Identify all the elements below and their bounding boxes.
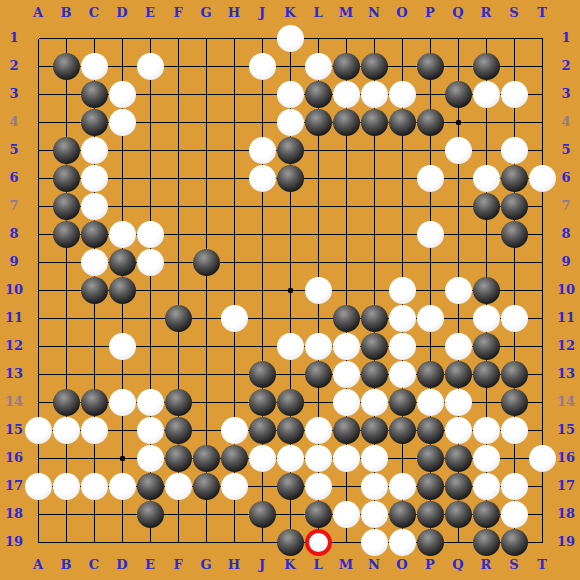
point-E12[interactable]	[136, 332, 164, 360]
point-S3[interactable]	[500, 80, 528, 108]
point-N9[interactable]	[360, 248, 388, 276]
point-E1[interactable]	[136, 24, 164, 52]
point-F15[interactable]	[164, 416, 192, 444]
point-Q8[interactable]	[444, 220, 472, 248]
point-C14[interactable]	[80, 388, 108, 416]
point-M16[interactable]	[332, 444, 360, 472]
point-E13[interactable]	[136, 360, 164, 388]
point-M15[interactable]	[332, 416, 360, 444]
point-P1[interactable]	[416, 24, 444, 52]
point-A13[interactable]	[24, 360, 52, 388]
point-L13[interactable]	[304, 360, 332, 388]
point-Q17[interactable]	[444, 472, 472, 500]
point-F19[interactable]	[164, 528, 192, 556]
point-C19[interactable]	[80, 528, 108, 556]
point-E4[interactable]	[136, 108, 164, 136]
point-M13[interactable]	[332, 360, 360, 388]
point-P2[interactable]	[416, 52, 444, 80]
point-T16[interactable]	[528, 444, 556, 472]
point-E11[interactable]	[136, 304, 164, 332]
point-A2[interactable]	[24, 52, 52, 80]
point-C13[interactable]	[80, 360, 108, 388]
point-L8[interactable]	[304, 220, 332, 248]
point-M9[interactable]	[332, 248, 360, 276]
point-K2[interactable]	[276, 52, 304, 80]
point-N3[interactable]	[360, 80, 388, 108]
point-L12[interactable]	[304, 332, 332, 360]
point-A6[interactable]	[24, 164, 52, 192]
point-Q5[interactable]	[444, 136, 472, 164]
point-G1[interactable]	[192, 24, 220, 52]
point-R1[interactable]	[472, 24, 500, 52]
point-K18[interactable]	[276, 500, 304, 528]
point-L10[interactable]	[304, 276, 332, 304]
point-O14[interactable]	[388, 388, 416, 416]
point-S11[interactable]	[500, 304, 528, 332]
point-G11[interactable]	[192, 304, 220, 332]
point-A3[interactable]	[24, 80, 52, 108]
point-P8[interactable]	[416, 220, 444, 248]
point-A5[interactable]	[24, 136, 52, 164]
point-T17[interactable]	[528, 472, 556, 500]
point-G2[interactable]	[192, 52, 220, 80]
point-E2[interactable]	[136, 52, 164, 80]
point-J12[interactable]	[248, 332, 276, 360]
point-Q7[interactable]	[444, 192, 472, 220]
point-O9[interactable]	[388, 248, 416, 276]
point-P3[interactable]	[416, 80, 444, 108]
point-N4[interactable]	[360, 108, 388, 136]
point-R10[interactable]	[472, 276, 500, 304]
point-R14[interactable]	[472, 388, 500, 416]
point-E18[interactable]	[136, 500, 164, 528]
point-D13[interactable]	[108, 360, 136, 388]
point-P17[interactable]	[416, 472, 444, 500]
point-S10[interactable]	[500, 276, 528, 304]
point-Q18[interactable]	[444, 500, 472, 528]
point-A12[interactable]	[24, 332, 52, 360]
point-J3[interactable]	[248, 80, 276, 108]
point-O18[interactable]	[388, 500, 416, 528]
point-C12[interactable]	[80, 332, 108, 360]
point-J15[interactable]	[248, 416, 276, 444]
point-M19[interactable]	[332, 528, 360, 556]
point-O16[interactable]	[388, 444, 416, 472]
point-K15[interactable]	[276, 416, 304, 444]
point-T15[interactable]	[528, 416, 556, 444]
point-P13[interactable]	[416, 360, 444, 388]
point-E3[interactable]	[136, 80, 164, 108]
point-L2[interactable]	[304, 52, 332, 80]
point-B16[interactable]	[52, 444, 80, 472]
point-P11[interactable]	[416, 304, 444, 332]
point-T14[interactable]	[528, 388, 556, 416]
point-E9[interactable]	[136, 248, 164, 276]
point-M17[interactable]	[332, 472, 360, 500]
point-P12[interactable]	[416, 332, 444, 360]
point-A4[interactable]	[24, 108, 52, 136]
point-Q4[interactable]	[444, 108, 472, 136]
point-K9[interactable]	[276, 248, 304, 276]
point-N19[interactable]	[360, 528, 388, 556]
point-Q6[interactable]	[444, 164, 472, 192]
point-L9[interactable]	[304, 248, 332, 276]
point-T1[interactable]	[528, 24, 556, 52]
point-F1[interactable]	[164, 24, 192, 52]
point-H3[interactable]	[220, 80, 248, 108]
point-N1[interactable]	[360, 24, 388, 52]
point-R13[interactable]	[472, 360, 500, 388]
point-J18[interactable]	[248, 500, 276, 528]
point-P4[interactable]	[416, 108, 444, 136]
point-F18[interactable]	[164, 500, 192, 528]
point-T4[interactable]	[528, 108, 556, 136]
point-D19[interactable]	[108, 528, 136, 556]
point-L17[interactable]	[304, 472, 332, 500]
point-F12[interactable]	[164, 332, 192, 360]
point-F16[interactable]	[164, 444, 192, 472]
point-E15[interactable]	[136, 416, 164, 444]
point-F4[interactable]	[164, 108, 192, 136]
point-S6[interactable]	[500, 164, 528, 192]
point-O13[interactable]	[388, 360, 416, 388]
point-L3[interactable]	[304, 80, 332, 108]
point-O1[interactable]	[388, 24, 416, 52]
point-D12[interactable]	[108, 332, 136, 360]
point-S8[interactable]	[500, 220, 528, 248]
point-D7[interactable]	[108, 192, 136, 220]
point-E16[interactable]	[136, 444, 164, 472]
point-A17[interactable]	[24, 472, 52, 500]
point-D4[interactable]	[108, 108, 136, 136]
point-N18[interactable]	[360, 500, 388, 528]
point-H6[interactable]	[220, 164, 248, 192]
point-Q9[interactable]	[444, 248, 472, 276]
point-E10[interactable]	[136, 276, 164, 304]
point-D8[interactable]	[108, 220, 136, 248]
point-B8[interactable]	[52, 220, 80, 248]
point-N2[interactable]	[360, 52, 388, 80]
point-B4[interactable]	[52, 108, 80, 136]
point-B12[interactable]	[52, 332, 80, 360]
point-J14[interactable]	[248, 388, 276, 416]
point-L7[interactable]	[304, 192, 332, 220]
point-T3[interactable]	[528, 80, 556, 108]
point-B18[interactable]	[52, 500, 80, 528]
point-C8[interactable]	[80, 220, 108, 248]
point-N17[interactable]	[360, 472, 388, 500]
point-A1[interactable]	[24, 24, 52, 52]
point-D2[interactable]	[108, 52, 136, 80]
point-N6[interactable]	[360, 164, 388, 192]
point-R8[interactable]	[472, 220, 500, 248]
point-L6[interactable]	[304, 164, 332, 192]
point-O8[interactable]	[388, 220, 416, 248]
point-O5[interactable]	[388, 136, 416, 164]
point-M1[interactable]	[332, 24, 360, 52]
point-M8[interactable]	[332, 220, 360, 248]
point-F2[interactable]	[164, 52, 192, 80]
point-C6[interactable]	[80, 164, 108, 192]
point-A9[interactable]	[24, 248, 52, 276]
point-H2[interactable]	[220, 52, 248, 80]
point-J17[interactable]	[248, 472, 276, 500]
point-L15[interactable]	[304, 416, 332, 444]
point-H11[interactable]	[220, 304, 248, 332]
point-C18[interactable]	[80, 500, 108, 528]
point-C17[interactable]	[80, 472, 108, 500]
point-S7[interactable]	[500, 192, 528, 220]
point-A10[interactable]	[24, 276, 52, 304]
point-R18[interactable]	[472, 500, 500, 528]
point-F9[interactable]	[164, 248, 192, 276]
point-G3[interactable]	[192, 80, 220, 108]
point-K3[interactable]	[276, 80, 304, 108]
point-R4[interactable]	[472, 108, 500, 136]
point-D17[interactable]	[108, 472, 136, 500]
point-A11[interactable]	[24, 304, 52, 332]
point-D11[interactable]	[108, 304, 136, 332]
point-O19[interactable]	[388, 528, 416, 556]
point-P14[interactable]	[416, 388, 444, 416]
point-H8[interactable]	[220, 220, 248, 248]
point-Q13[interactable]	[444, 360, 472, 388]
point-R11[interactable]	[472, 304, 500, 332]
point-N8[interactable]	[360, 220, 388, 248]
point-N16[interactable]	[360, 444, 388, 472]
point-N10[interactable]	[360, 276, 388, 304]
point-M4[interactable]	[332, 108, 360, 136]
point-E8[interactable]	[136, 220, 164, 248]
point-C9[interactable]	[80, 248, 108, 276]
point-S13[interactable]	[500, 360, 528, 388]
point-P15[interactable]	[416, 416, 444, 444]
point-C1[interactable]	[80, 24, 108, 52]
point-N14[interactable]	[360, 388, 388, 416]
point-M2[interactable]	[332, 52, 360, 80]
point-M7[interactable]	[332, 192, 360, 220]
point-A18[interactable]	[24, 500, 52, 528]
point-S1[interactable]	[500, 24, 528, 52]
point-L19[interactable]	[304, 528, 332, 556]
point-Q1[interactable]	[444, 24, 472, 52]
point-O2[interactable]	[388, 52, 416, 80]
point-Q12[interactable]	[444, 332, 472, 360]
point-Q15[interactable]	[444, 416, 472, 444]
point-T5[interactable]	[528, 136, 556, 164]
point-K11[interactable]	[276, 304, 304, 332]
point-D14[interactable]	[108, 388, 136, 416]
point-J16[interactable]	[248, 444, 276, 472]
point-E19[interactable]	[136, 528, 164, 556]
point-K1[interactable]	[276, 24, 304, 52]
point-S12[interactable]	[500, 332, 528, 360]
point-G14[interactable]	[192, 388, 220, 416]
point-O10[interactable]	[388, 276, 416, 304]
point-K7[interactable]	[276, 192, 304, 220]
point-J7[interactable]	[248, 192, 276, 220]
point-P19[interactable]	[416, 528, 444, 556]
point-F13[interactable]	[164, 360, 192, 388]
point-M5[interactable]	[332, 136, 360, 164]
point-N15[interactable]	[360, 416, 388, 444]
point-P16[interactable]	[416, 444, 444, 472]
point-B3[interactable]	[52, 80, 80, 108]
point-H17[interactable]	[220, 472, 248, 500]
point-O17[interactable]	[388, 472, 416, 500]
point-D1[interactable]	[108, 24, 136, 52]
point-G12[interactable]	[192, 332, 220, 360]
point-O6[interactable]	[388, 164, 416, 192]
point-L14[interactable]	[304, 388, 332, 416]
point-J13[interactable]	[248, 360, 276, 388]
point-Q14[interactable]	[444, 388, 472, 416]
point-R7[interactable]	[472, 192, 500, 220]
point-R12[interactable]	[472, 332, 500, 360]
point-K5[interactable]	[276, 136, 304, 164]
point-E5[interactable]	[136, 136, 164, 164]
point-R3[interactable]	[472, 80, 500, 108]
point-N5[interactable]	[360, 136, 388, 164]
point-J8[interactable]	[248, 220, 276, 248]
point-B17[interactable]	[52, 472, 80, 500]
point-R5[interactable]	[472, 136, 500, 164]
point-J5[interactable]	[248, 136, 276, 164]
point-Q2[interactable]	[444, 52, 472, 80]
point-F6[interactable]	[164, 164, 192, 192]
point-P7[interactable]	[416, 192, 444, 220]
point-B9[interactable]	[52, 248, 80, 276]
point-B6[interactable]	[52, 164, 80, 192]
point-S4[interactable]	[500, 108, 528, 136]
point-A7[interactable]	[24, 192, 52, 220]
point-C5[interactable]	[80, 136, 108, 164]
point-C2[interactable]	[80, 52, 108, 80]
point-T19[interactable]	[528, 528, 556, 556]
point-F7[interactable]	[164, 192, 192, 220]
point-P10[interactable]	[416, 276, 444, 304]
point-B15[interactable]	[52, 416, 80, 444]
point-Q19[interactable]	[444, 528, 472, 556]
point-D5[interactable]	[108, 136, 136, 164]
point-C7[interactable]	[80, 192, 108, 220]
point-B10[interactable]	[52, 276, 80, 304]
point-S9[interactable]	[500, 248, 528, 276]
point-G17[interactable]	[192, 472, 220, 500]
point-K13[interactable]	[276, 360, 304, 388]
point-G10[interactable]	[192, 276, 220, 304]
point-F10[interactable]	[164, 276, 192, 304]
point-N7[interactable]	[360, 192, 388, 220]
point-G13[interactable]	[192, 360, 220, 388]
point-N13[interactable]	[360, 360, 388, 388]
point-H12[interactable]	[220, 332, 248, 360]
point-E17[interactable]	[136, 472, 164, 500]
point-H18[interactable]	[220, 500, 248, 528]
point-O7[interactable]	[388, 192, 416, 220]
point-P9[interactable]	[416, 248, 444, 276]
point-T2[interactable]	[528, 52, 556, 80]
point-K14[interactable]	[276, 388, 304, 416]
point-F3[interactable]	[164, 80, 192, 108]
point-H1[interactable]	[220, 24, 248, 52]
point-P5[interactable]	[416, 136, 444, 164]
point-G18[interactable]	[192, 500, 220, 528]
point-Q16[interactable]	[444, 444, 472, 472]
point-J2[interactable]	[248, 52, 276, 80]
point-A19[interactable]	[24, 528, 52, 556]
point-T6[interactable]	[528, 164, 556, 192]
point-A16[interactable]	[24, 444, 52, 472]
point-G15[interactable]	[192, 416, 220, 444]
point-B1[interactable]	[52, 24, 80, 52]
point-S15[interactable]	[500, 416, 528, 444]
point-M10[interactable]	[332, 276, 360, 304]
point-B11[interactable]	[52, 304, 80, 332]
point-H19[interactable]	[220, 528, 248, 556]
point-P18[interactable]	[416, 500, 444, 528]
point-Q3[interactable]	[444, 80, 472, 108]
point-G5[interactable]	[192, 136, 220, 164]
point-R2[interactable]	[472, 52, 500, 80]
point-H4[interactable]	[220, 108, 248, 136]
point-D10[interactable]	[108, 276, 136, 304]
point-J6[interactable]	[248, 164, 276, 192]
point-K8[interactable]	[276, 220, 304, 248]
point-O11[interactable]	[388, 304, 416, 332]
point-H7[interactable]	[220, 192, 248, 220]
point-P6[interactable]	[416, 164, 444, 192]
point-J1[interactable]	[248, 24, 276, 52]
point-K6[interactable]	[276, 164, 304, 192]
point-H16[interactable]	[220, 444, 248, 472]
point-S17[interactable]	[500, 472, 528, 500]
point-H10[interactable]	[220, 276, 248, 304]
point-H14[interactable]	[220, 388, 248, 416]
point-M6[interactable]	[332, 164, 360, 192]
point-B2[interactable]	[52, 52, 80, 80]
point-K10[interactable]	[276, 276, 304, 304]
point-L18[interactable]	[304, 500, 332, 528]
point-G7[interactable]	[192, 192, 220, 220]
point-S19[interactable]	[500, 528, 528, 556]
point-F11[interactable]	[164, 304, 192, 332]
point-J9[interactable]	[248, 248, 276, 276]
point-F17[interactable]	[164, 472, 192, 500]
point-T8[interactable]	[528, 220, 556, 248]
point-K12[interactable]	[276, 332, 304, 360]
point-K19[interactable]	[276, 528, 304, 556]
point-T9[interactable]	[528, 248, 556, 276]
point-E7[interactable]	[136, 192, 164, 220]
point-A8[interactable]	[24, 220, 52, 248]
point-R15[interactable]	[472, 416, 500, 444]
point-L5[interactable]	[304, 136, 332, 164]
point-F8[interactable]	[164, 220, 192, 248]
point-G8[interactable]	[192, 220, 220, 248]
point-O12[interactable]	[388, 332, 416, 360]
point-D6[interactable]	[108, 164, 136, 192]
point-A15[interactable]	[24, 416, 52, 444]
point-L11[interactable]	[304, 304, 332, 332]
point-H9[interactable]	[220, 248, 248, 276]
point-N11[interactable]	[360, 304, 388, 332]
point-B7[interactable]	[52, 192, 80, 220]
point-C3[interactable]	[80, 80, 108, 108]
point-T12[interactable]	[528, 332, 556, 360]
point-R17[interactable]	[472, 472, 500, 500]
point-D9[interactable]	[108, 248, 136, 276]
